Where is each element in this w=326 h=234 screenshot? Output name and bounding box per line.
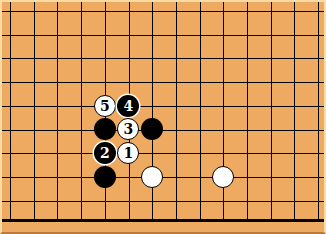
stone-black bbox=[94, 166, 116, 188]
stone-white bbox=[141, 166, 163, 188]
move-number: 4 bbox=[124, 98, 134, 112]
stone-black-move-2: 2 bbox=[94, 142, 116, 164]
stone-white-move-3: 3 bbox=[117, 118, 139, 140]
stone-black bbox=[141, 118, 163, 140]
stone-white-move-5: 5 bbox=[94, 95, 116, 117]
move-number: 5 bbox=[100, 98, 110, 112]
stone-black-move-4: 4 bbox=[117, 95, 139, 117]
move-number: 3 bbox=[124, 122, 134, 136]
stone-white-move-1: 1 bbox=[117, 142, 139, 164]
stone-black bbox=[94, 118, 116, 140]
go-board: 54321 bbox=[0, 0, 326, 234]
move-number: 1 bbox=[124, 146, 134, 160]
move-number: 2 bbox=[100, 146, 110, 160]
stones-layer: 54321 bbox=[0, 0, 326, 234]
stone-white bbox=[212, 166, 234, 188]
